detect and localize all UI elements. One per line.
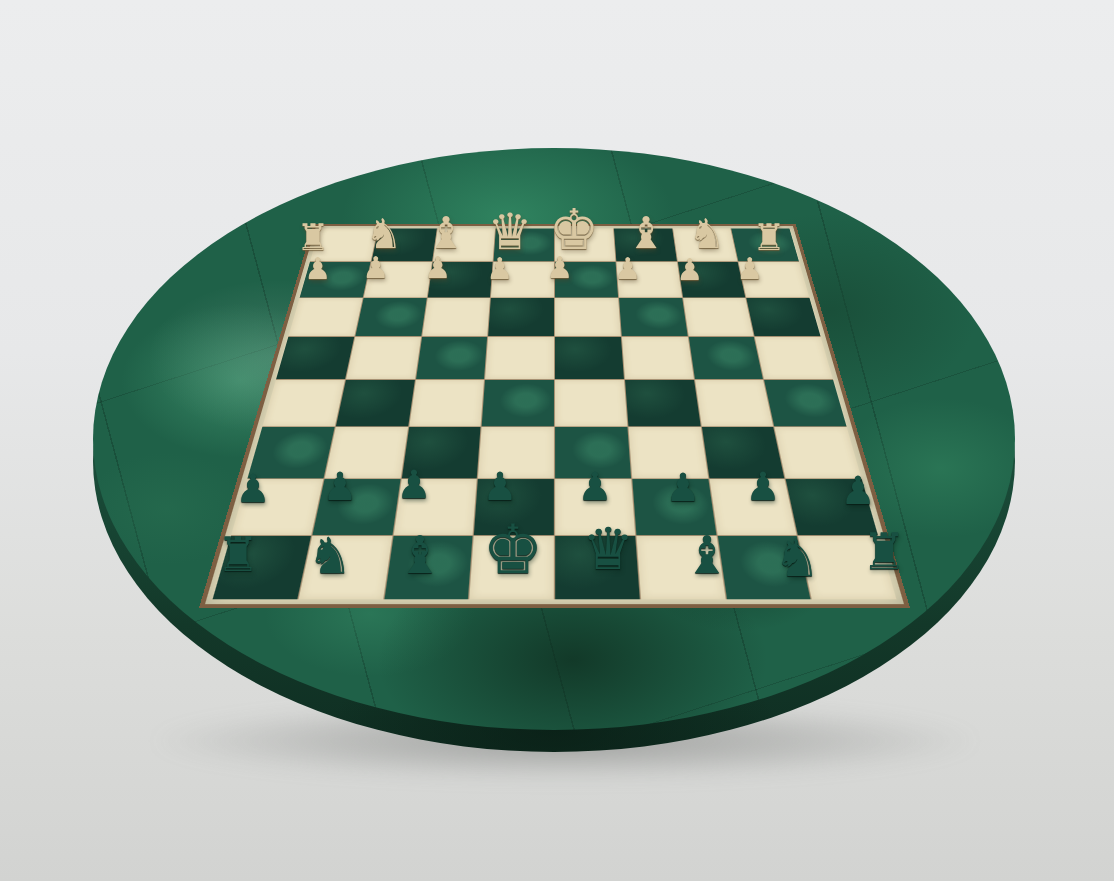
square-g4[interactable] (346, 337, 421, 379)
piece-green-bishop-f8[interactable]: ♝ (394, 529, 446, 581)
piece-white-pawn-c2[interactable]: ♟ (613, 254, 643, 284)
piece-green-pawn-a7[interactable]: ♟ (839, 471, 878, 510)
piece-white-pawn-g2[interactable]: ♟ (361, 253, 391, 283)
piece-green-pawn-f7[interactable]: ♟ (395, 465, 434, 504)
square-c4[interactable] (622, 337, 694, 379)
square-h5[interactable] (263, 380, 345, 426)
piece-white-pawn-a2[interactable]: ♟ (735, 254, 765, 284)
square-d5[interactable] (555, 380, 627, 426)
square-e4[interactable] (485, 337, 554, 379)
square-a3[interactable] (746, 298, 820, 337)
piece-white-pawn-d2[interactable]: ♟ (545, 253, 575, 283)
piece-green-bishop-c8[interactable]: ♝ (681, 529, 733, 581)
square-f4[interactable] (416, 337, 488, 379)
piece-green-queen-d8[interactable]: ♛ (579, 520, 637, 578)
square-h4[interactable] (276, 337, 354, 379)
square-b3[interactable] (683, 298, 754, 337)
piece-green-pawn-b7[interactable]: ♟ (744, 467, 783, 506)
square-d4[interactable] (555, 337, 624, 379)
square-e3[interactable] (488, 298, 554, 337)
square-b5[interactable] (695, 380, 774, 426)
piece-green-knight-b8[interactable]: ♞ (771, 532, 823, 584)
piece-white-pawn-h2[interactable]: ♟ (303, 254, 333, 284)
piece-green-king-e8[interactable]: ♚ (479, 516, 547, 584)
piece-white-queen-e1[interactable]: ♛ (485, 207, 535, 257)
piece-white-bishop-c1[interactable]: ♝ (624, 211, 668, 255)
square-a5[interactable] (764, 380, 846, 426)
piece-white-bishop-f1[interactable]: ♝ (424, 211, 468, 255)
piece-white-knight-g1[interactable]: ♞ (364, 214, 405, 255)
square-c5[interactable] (625, 380, 700, 426)
square-d3[interactable] (555, 298, 621, 337)
piece-green-knight-g8[interactable]: ♞ (305, 531, 355, 581)
square-h3[interactable] (288, 298, 362, 337)
square-g5[interactable] (336, 380, 415, 426)
piece-green-pawn-c7[interactable]: ♟ (664, 468, 703, 507)
piece-green-pawn-g7[interactable]: ♟ (321, 467, 360, 506)
square-e5[interactable] (482, 380, 554, 426)
piece-green-rook-a8[interactable]: ♜ (859, 527, 909, 577)
piece-white-pawn-e2[interactable]: ♟ (485, 254, 515, 284)
piece-green-pawn-d7[interactable]: ♟ (576, 467, 615, 506)
square-f5[interactable] (409, 380, 484, 426)
square-c3[interactable] (619, 298, 687, 337)
piece-green-pawn-e7[interactable]: ♟ (481, 467, 520, 506)
piece-white-pawn-b2[interactable]: ♟ (675, 255, 705, 285)
piece-green-pawn-h7[interactable]: ♟ (234, 469, 273, 508)
piece-green-rook-h8[interactable]: ♜ (214, 530, 262, 578)
square-f3[interactable] (422, 298, 490, 337)
piece-white-knight-b1[interactable]: ♞ (687, 214, 728, 255)
piece-white-pawn-f2[interactable]: ♟ (423, 253, 453, 283)
square-b4[interactable] (688, 337, 763, 379)
photo-background: ♜♞♝♛♚♝♞♜♟♟♟♟♟♟♟♟♟♟♟♟♟♟♟♟♜♞♝♚♛♝♞♜ (0, 0, 1114, 881)
square-g3[interactable] (355, 298, 426, 337)
square-a4[interactable] (755, 337, 833, 379)
